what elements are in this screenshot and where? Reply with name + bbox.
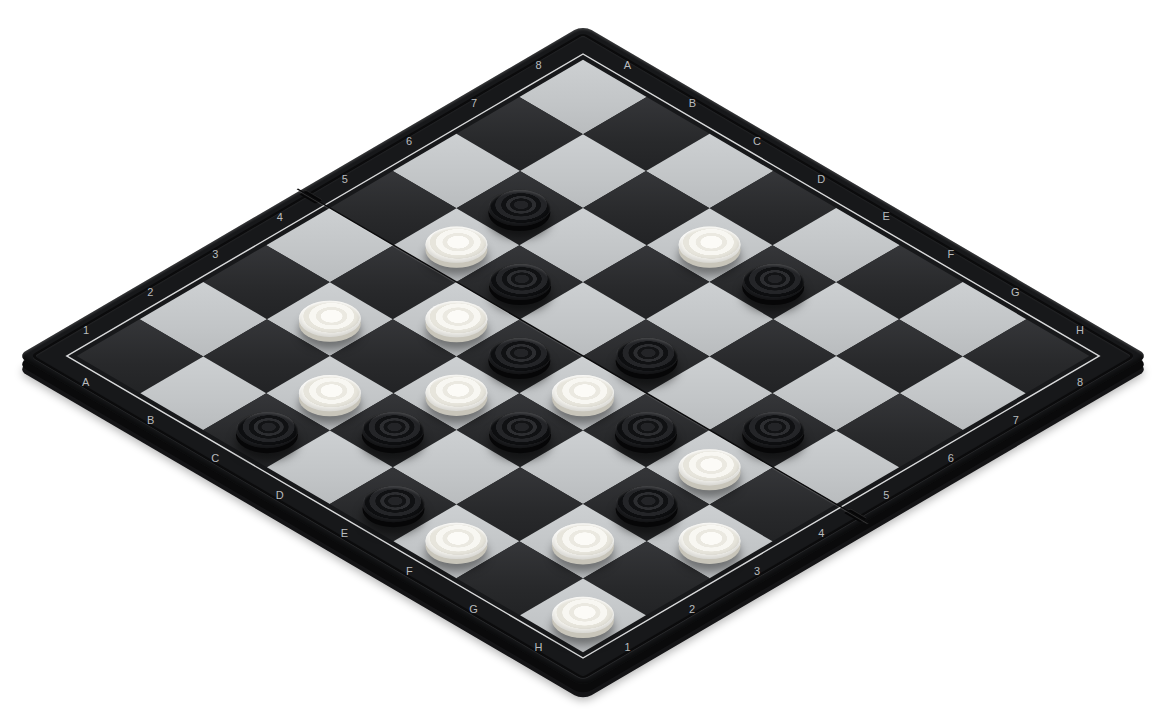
coordinate-label-A: A [82,376,89,388]
coordinate-label-5: 5 [341,173,347,185]
playing-area [65,53,1100,659]
coordinate-label-3: 3 [212,248,218,260]
coordinate-label-5: 5 [883,490,889,502]
coordinate-label-8: 8 [536,59,542,71]
coordinate-label-6: 6 [406,135,412,147]
coordinate-label-F: F [947,248,954,260]
coordinate-label-C: C [211,452,219,464]
coordinate-label-8: 8 [1077,376,1083,388]
coordinate-label-1: 1 [624,641,630,653]
coordinate-label-G: G [470,603,479,615]
coordinate-label-H: H [535,641,543,653]
coordinate-label-4: 4 [818,527,824,539]
checkers-board: ABCDEFGH ABCDEFGH 87654321 87654321 [17,25,1148,687]
coordinate-label-7: 7 [471,97,477,109]
coordinate-label-6: 6 [948,452,954,464]
white-checker-H3[interactable] [666,515,754,566]
coordinate-label-2: 2 [689,603,695,615]
coordinate-label-1: 1 [83,324,89,336]
coordinate-label-H: H [1076,324,1084,336]
coordinate-label-3: 3 [754,565,760,577]
coordinate-label-4: 4 [277,210,283,222]
coordinate-label-D: D [817,173,825,185]
coordinate-label-D: D [276,490,284,502]
coordinate-label-G: G [1011,286,1020,298]
coordinate-label-E: E [883,210,890,222]
coordinate-label-F: F [406,565,413,577]
coordinate-label-B: B [147,414,154,426]
coordinate-label-B: B [688,97,695,109]
coordinate-label-7: 7 [1013,414,1019,426]
coordinate-label-2: 2 [147,286,153,298]
coordinate-label-E: E [341,527,348,539]
coordinate-label-C: C [753,135,761,147]
white-checker-H1[interactable] [539,590,627,641]
board-perspective-wrapper: ABCDEFGH ABCDEFGH 87654321 87654321 [17,25,1148,687]
coordinate-label-A: A [624,59,631,71]
